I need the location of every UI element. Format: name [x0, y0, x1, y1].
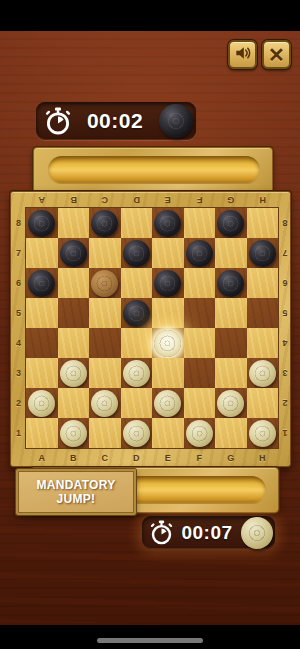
square-B7[interactable] [58, 238, 90, 268]
square-E8[interactable] [152, 208, 184, 238]
banner-line2: JUMP! [57, 492, 96, 506]
square-F8[interactable] [184, 208, 216, 238]
square-E5[interactable] [152, 298, 184, 328]
files-labels-bottom: ABCDEFGH [26, 448, 278, 468]
square-D3[interactable] [121, 358, 153, 388]
rank-label: 6 [278, 268, 292, 298]
rank-label: 5 [11, 298, 26, 328]
square-D8[interactable] [121, 208, 153, 238]
file-label: B [58, 448, 90, 468]
file-label: E [152, 448, 184, 468]
square-G7[interactable] [215, 238, 247, 268]
square-D1[interactable] [121, 418, 153, 448]
file-label: G [215, 448, 247, 468]
ranks-labels-left: 87654321 [11, 208, 26, 448]
square-G6[interactable] [215, 268, 247, 298]
piece-dark[interactable] [154, 210, 181, 237]
square-E2[interactable] [152, 388, 184, 418]
square-F5[interactable] [184, 298, 216, 328]
rank-label: 4 [11, 328, 26, 358]
piece-dark[interactable] [186, 240, 213, 267]
stopwatch-icon [150, 520, 173, 545]
piece-dark[interactable] [123, 240, 150, 267]
rank-label: 3 [11, 358, 26, 388]
board-grid [26, 208, 278, 448]
home-indicator[interactable] [97, 638, 203, 643]
piece-light[interactable] [60, 420, 87, 447]
square-D7[interactable] [121, 238, 153, 268]
rank-label: 8 [278, 208, 292, 238]
sound-button[interactable] [228, 40, 257, 69]
square-H2[interactable] [247, 388, 279, 418]
opponent-piece-indicator [159, 104, 193, 138]
close-icon: ✕ [268, 45, 285, 65]
square-F6[interactable] [184, 268, 216, 298]
rank-label: 2 [278, 388, 292, 418]
rank-label: 3 [278, 358, 292, 388]
piece-dark[interactable] [123, 300, 150, 327]
square-B5[interactable] [58, 298, 90, 328]
square-D2[interactable] [121, 388, 153, 418]
square-G1[interactable] [215, 418, 247, 448]
square-B6[interactable] [58, 268, 90, 298]
file-label: F [184, 448, 216, 468]
wood-background: ✕ 00:02 ABCDEFGH 87654321 87654321 ABCDE… [0, 31, 300, 625]
piece-light[interactable] [123, 360, 150, 387]
square-H7[interactable] [247, 238, 279, 268]
square-F2[interactable] [184, 388, 216, 418]
file-label: A [26, 448, 58, 468]
file-label: A [26, 192, 58, 208]
piece-light[interactable] [154, 390, 181, 417]
jump-hint-marker[interactable] [91, 270, 118, 297]
rank-label: 1 [11, 418, 26, 448]
square-E3[interactable] [152, 358, 184, 388]
square-A6[interactable] [26, 268, 58, 298]
piece-dark[interactable] [249, 240, 276, 267]
file-label: H [247, 448, 279, 468]
square-C5[interactable] [89, 298, 121, 328]
piece-light[interactable] [217, 390, 244, 417]
square-C2[interactable] [89, 388, 121, 418]
square-F7[interactable] [184, 238, 216, 268]
square-H4[interactable] [247, 328, 279, 358]
banner-line1: MANDATORY [36, 478, 115, 492]
square-B4[interactable] [58, 328, 90, 358]
rank-label: 2 [11, 388, 26, 418]
checkers-board: ABCDEFGH 87654321 87654321 ABCDEFGH [10, 191, 291, 467]
tray-groove [48, 156, 260, 184]
file-label: G [215, 192, 247, 208]
file-label: F [184, 192, 216, 208]
piece-light[interactable] [28, 390, 55, 417]
square-A1[interactable] [26, 418, 58, 448]
square-C4[interactable] [89, 328, 121, 358]
phone-frame: ✕ 00:02 ABCDEFGH 87654321 87654321 ABCDE… [0, 0, 300, 649]
square-H3[interactable] [247, 358, 279, 388]
square-G2[interactable] [215, 388, 247, 418]
file-label: E [152, 192, 184, 208]
square-B8[interactable] [58, 208, 90, 238]
square-G3[interactable] [215, 358, 247, 388]
square-C8[interactable] [89, 208, 121, 238]
square-A8[interactable] [26, 208, 58, 238]
square-C1[interactable] [89, 418, 121, 448]
square-G8[interactable] [215, 208, 247, 238]
rank-label: 8 [11, 208, 26, 238]
piece-light[interactable] [123, 420, 150, 447]
stopwatch-icon [45, 107, 71, 135]
rank-label: 6 [11, 268, 26, 298]
piece-dark[interactable] [154, 270, 181, 297]
file-label: C [89, 448, 121, 468]
square-G4[interactable] [215, 328, 247, 358]
square-D6[interactable] [121, 268, 153, 298]
square-C6[interactable] [89, 268, 121, 298]
close-button[interactable]: ✕ [262, 40, 291, 69]
speaker-icon [233, 43, 253, 67]
square-G5[interactable] [215, 298, 247, 328]
rank-label: 7 [11, 238, 26, 268]
square-A5[interactable] [26, 298, 58, 328]
player-timer-panel: 00:07 [142, 516, 275, 549]
square-F3[interactable] [184, 358, 216, 388]
square-H5[interactable] [247, 298, 279, 328]
mandatory-jump-banner: MANDATORY JUMP! [16, 469, 136, 515]
square-D4[interactable] [121, 328, 153, 358]
square-C3[interactable] [89, 358, 121, 388]
square-E1[interactable] [152, 418, 184, 448]
square-H6[interactable] [247, 268, 279, 298]
square-A4[interactable] [26, 328, 58, 358]
piece-light[interactable] [249, 420, 276, 447]
square-B2[interactable] [58, 388, 90, 418]
piece-dark[interactable] [91, 210, 118, 237]
piece-dark[interactable] [217, 270, 244, 297]
square-E7[interactable] [152, 238, 184, 268]
square-E6[interactable] [152, 268, 184, 298]
square-B3[interactable] [58, 358, 90, 388]
rank-label: 5 [278, 298, 292, 328]
square-A7[interactable] [26, 238, 58, 268]
square-H8[interactable] [247, 208, 279, 238]
opponent-time: 00:02 [71, 109, 159, 133]
square-E4[interactable] [152, 328, 184, 358]
file-label: C [89, 192, 121, 208]
square-F4[interactable] [184, 328, 216, 358]
file-label: B [58, 192, 90, 208]
captured-tray-top [33, 147, 273, 194]
piece-dark[interactable] [60, 240, 87, 267]
piece-dark[interactable] [28, 210, 55, 237]
square-H1[interactable] [247, 418, 279, 448]
status-bar [0, 0, 300, 31]
square-A2[interactable] [26, 388, 58, 418]
piece-light-selected[interactable] [154, 330, 181, 357]
file-label: D [121, 192, 153, 208]
square-A3[interactable] [26, 358, 58, 388]
player-piece-indicator [241, 517, 273, 549]
rank-label: 4 [278, 328, 292, 358]
files-labels-top: ABCDEFGH [26, 192, 278, 208]
rank-label: 7 [278, 238, 292, 268]
player-time: 00:07 [173, 522, 241, 544]
piece-dark[interactable] [28, 270, 55, 297]
rank-label: 1 [278, 418, 292, 448]
square-C7[interactable] [89, 238, 121, 268]
square-F1[interactable] [184, 418, 216, 448]
file-label: H [247, 192, 279, 208]
opponent-timer-panel: 00:02 [36, 102, 196, 140]
piece-light[interactable] [91, 390, 118, 417]
square-D5[interactable] [121, 298, 153, 328]
ranks-labels-right: 87654321 [278, 208, 292, 448]
piece-light[interactable] [60, 360, 87, 387]
piece-light[interactable] [249, 360, 276, 387]
file-label: D [121, 448, 153, 468]
piece-dark[interactable] [217, 210, 244, 237]
piece-light[interactable] [186, 420, 213, 447]
bottom-bar [0, 625, 300, 649]
square-B1[interactable] [58, 418, 90, 448]
